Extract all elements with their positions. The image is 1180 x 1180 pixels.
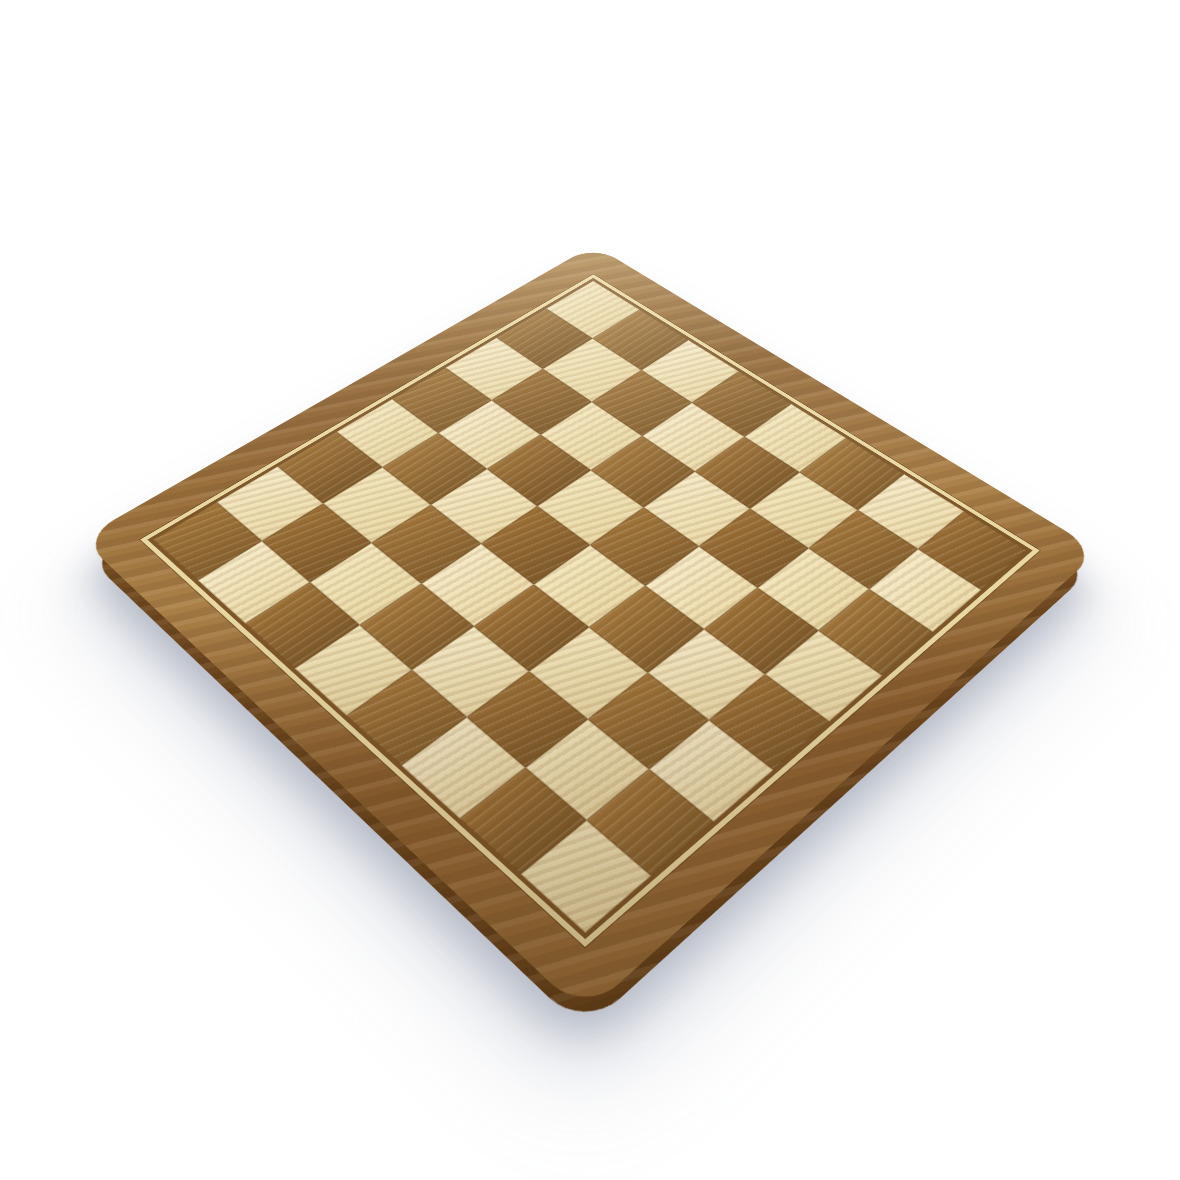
square-f3[interactable] bbox=[530, 627, 648, 718]
square-g4[interactable] bbox=[647, 629, 765, 720]
square-g2[interactable] bbox=[525, 719, 649, 820]
square-d1[interactable] bbox=[294, 625, 412, 716]
square-g5[interactable] bbox=[704, 587, 819, 674]
square-f2[interactable] bbox=[467, 671, 588, 767]
square-e1[interactable] bbox=[347, 670, 468, 766]
square-g1[interactable] bbox=[459, 767, 586, 874]
square-h5[interactable] bbox=[765, 630, 883, 721]
square-f1[interactable] bbox=[401, 717, 525, 818]
square-d2[interactable] bbox=[360, 583, 475, 670]
square-h2[interactable] bbox=[587, 769, 714, 876]
square-g6[interactable] bbox=[757, 548, 869, 631]
square-h4[interactable] bbox=[709, 674, 830, 770]
square-b1[interactable] bbox=[198, 541, 310, 623]
square-f5[interactable] bbox=[645, 546, 757, 629]
square-e3[interactable] bbox=[474, 585, 589, 672]
square-e2[interactable] bbox=[412, 626, 530, 717]
square-f4[interactable] bbox=[589, 586, 704, 673]
square-h7[interactable] bbox=[869, 549, 981, 632]
product-photo-background bbox=[0, 0, 1180, 1180]
square-h3[interactable] bbox=[649, 720, 773, 821]
square-c1[interactable] bbox=[245, 582, 360, 668]
square-e4[interactable] bbox=[534, 545, 646, 627]
square-d3[interactable] bbox=[422, 544, 534, 626]
square-h1[interactable] bbox=[520, 820, 651, 933]
square-c2[interactable] bbox=[310, 542, 422, 624]
square-h6[interactable] bbox=[818, 589, 933, 676]
square-g3[interactable] bbox=[588, 673, 709, 769]
